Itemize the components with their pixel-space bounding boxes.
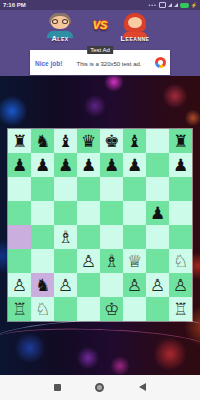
square-c7[interactable]: ♟ [54, 153, 77, 177]
white-pawn-icon: ♙ [81, 253, 96, 270]
white-pawn-icon: ♙ [150, 277, 165, 294]
square-f4[interactable] [123, 225, 146, 249]
square-c1[interactable] [54, 297, 77, 321]
square-g1[interactable] [146, 297, 169, 321]
home-circle-icon[interactable] [95, 383, 104, 392]
clock-time: 7:16 PM [3, 2, 26, 8]
more-dots-icon: ••• [148, 3, 156, 8]
status-icons: ••• ⚡ [148, 2, 197, 8]
app-screen: 7:16 PM ••• ⚡ VS Alex Leeanne Test Ad Ni… [0, 0, 200, 400]
white-king-icon: ♔ [104, 301, 119, 318]
square-g8[interactable] [146, 129, 169, 153]
white-pawn-icon: ♙ [58, 277, 73, 294]
square-g6[interactable] [146, 177, 169, 201]
square-e7[interactable]: ♟ [100, 153, 123, 177]
square-b1[interactable]: ♘ [31, 297, 54, 321]
square-d7[interactable]: ♟ [77, 153, 100, 177]
back-triangle-icon[interactable] [139, 383, 146, 391]
status-bar: 7:16 PM ••• ⚡ [0, 0, 200, 10]
black-queen-icon: ♛ [81, 133, 96, 150]
square-e8[interactable]: ♚ [100, 129, 123, 153]
white-bishop-icon: ♗ [58, 229, 73, 246]
square-a8[interactable]: ♜ [8, 129, 31, 153]
square-h4[interactable] [169, 225, 192, 249]
glasses-icon [52, 19, 68, 24]
recents-square-icon[interactable] [54, 384, 61, 391]
black-bishop-icon: ♝ [127, 133, 142, 150]
square-d8[interactable]: ♛ [77, 129, 100, 153]
square-g4[interactable] [146, 225, 169, 249]
white-pawn-icon: ♙ [173, 277, 188, 294]
square-e6[interactable] [100, 177, 123, 201]
square-e1[interactable]: ♔ [100, 297, 123, 321]
black-rook-icon: ♜ [12, 133, 27, 150]
square-h8[interactable]: ♜ [169, 129, 192, 153]
white-pawn-icon: ♙ [12, 277, 27, 294]
black-pawn-icon: ♟ [81, 157, 96, 174]
black-pawn-icon: ♟ [12, 157, 27, 174]
square-b8[interactable]: ♞ [31, 129, 54, 153]
black-pawn-icon: ♟ [104, 157, 119, 174]
black-pawn-icon: ♟ [35, 157, 50, 174]
square-d6[interactable] [77, 177, 100, 201]
white-pawn-icon: ♙ [127, 277, 142, 294]
square-f2[interactable]: ♙ [123, 273, 146, 297]
square-c6[interactable] [54, 177, 77, 201]
square-d1[interactable] [77, 297, 100, 321]
square-h3[interactable]: ♘ [169, 249, 192, 273]
square-b5[interactable] [31, 201, 54, 225]
black-bishop-icon: ♝ [58, 133, 73, 150]
avatar-face [128, 17, 142, 28]
square-f3[interactable]: ♕ [123, 249, 146, 273]
black-king-icon: ♚ [104, 133, 119, 150]
square-f8[interactable]: ♝ [123, 129, 146, 153]
square-h7[interactable]: ♟ [169, 153, 192, 177]
square-f6[interactable] [123, 177, 146, 201]
android-nav-bar [0, 375, 200, 400]
square-e4[interactable] [100, 225, 123, 249]
black-pawn-icon: ♟ [173, 157, 188, 174]
square-c2[interactable]: ♙ [54, 273, 77, 297]
square-h2[interactable]: ♙ [169, 273, 192, 297]
square-a4[interactable] [8, 225, 31, 249]
square-g2[interactable]: ♙ [146, 273, 169, 297]
square-f1[interactable] [123, 297, 146, 321]
black-pawn-icon: ♟ [58, 157, 73, 174]
test-ad-badge: Test Ad [87, 46, 113, 54]
square-f7[interactable]: ♟ [123, 153, 146, 177]
black-knight-icon: ♞ [35, 133, 50, 150]
black-knight-icon: ♞ [35, 277, 50, 294]
square-a5[interactable] [8, 201, 31, 225]
player2-name: Leeanne [100, 34, 170, 43]
square-g5[interactable]: ♟ [146, 201, 169, 225]
square-a7[interactable]: ♟ [8, 153, 31, 177]
square-b6[interactable] [31, 177, 54, 201]
vs-badge: VS [88, 19, 112, 31]
square-a3[interactable] [8, 249, 31, 273]
ad-cta-link[interactable]: Nice job! [35, 60, 62, 67]
white-knight-icon: ♘ [35, 301, 50, 318]
white-bishop-icon: ♗ [104, 253, 119, 270]
square-b4[interactable] [31, 225, 54, 249]
square-a1[interactable]: ♖ [8, 297, 31, 321]
black-pawn-icon: ♟ [127, 157, 142, 174]
white-knight-icon: ♘ [173, 253, 188, 270]
white-rook-icon: ♖ [173, 301, 188, 318]
signal-icon [174, 3, 178, 7]
screenshot-icon [159, 2, 166, 8]
white-rook-icon: ♖ [12, 301, 27, 318]
square-e2[interactable] [100, 273, 123, 297]
square-c4[interactable]: ♗ [54, 225, 77, 249]
black-pawn-icon: ♟ [150, 205, 165, 222]
square-e3[interactable]: ♗ [100, 249, 123, 273]
square-e5[interactable] [100, 201, 123, 225]
ad-body-text: This is a 320x50 test ad. [66, 61, 152, 67]
white-queen-icon: ♕ [127, 253, 142, 270]
square-a2[interactable]: ♙ [8, 273, 31, 297]
square-d5[interactable] [77, 201, 100, 225]
player1-name: Alex [30, 34, 90, 43]
square-h5[interactable] [169, 201, 192, 225]
square-c5[interactable] [54, 201, 77, 225]
square-d3[interactable]: ♙ [77, 249, 100, 273]
square-h6[interactable] [169, 177, 192, 201]
ad-network-logo-icon [155, 57, 166, 68]
square-g3[interactable] [146, 249, 169, 273]
battery-icon [180, 3, 189, 8]
charging-bolt-icon: ⚡ [191, 3, 197, 8]
square-b2[interactable]: ♞ [31, 273, 54, 297]
square-d2[interactable] [77, 273, 100, 297]
square-b3[interactable] [31, 249, 54, 273]
black-rook-icon: ♜ [173, 133, 188, 150]
square-c8[interactable]: ♝ [54, 129, 77, 153]
square-f5[interactable] [123, 201, 146, 225]
square-c3[interactable] [54, 249, 77, 273]
signal-icon [168, 3, 172, 7]
square-b7[interactable]: ♟ [31, 153, 54, 177]
square-g7[interactable] [146, 153, 169, 177]
chess-board: ♜♞♝♛♚♝♜♟♟♟♟♟♟♟♟♗♙♗♕♘♙♞♙♙♙♙♖♘♔♖ [8, 129, 192, 321]
square-a6[interactable] [8, 177, 31, 201]
square-d4[interactable] [77, 225, 100, 249]
square-h1[interactable]: ♖ [169, 297, 192, 321]
ad-banner[interactable]: Test Ad Nice job! This is a 320x50 test … [30, 50, 170, 75]
